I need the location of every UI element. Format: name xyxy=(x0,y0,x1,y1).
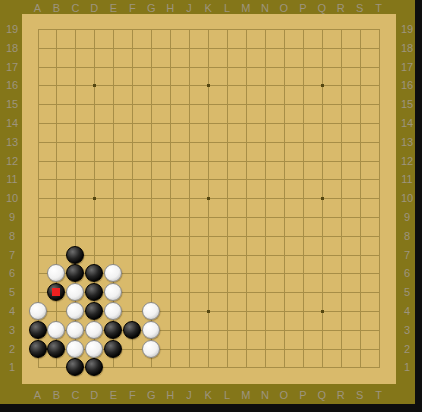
coord-label-top-A: A xyxy=(34,3,41,14)
coord-label-right-12: 12 xyxy=(401,155,413,166)
stone-white[interactable] xyxy=(66,321,84,339)
stone-white[interactable] xyxy=(142,340,160,358)
coord-label-bottom-C: C xyxy=(71,390,79,401)
stone-black[interactable] xyxy=(85,264,103,282)
grid-line-vertical xyxy=(246,29,247,368)
stone-black[interactable] xyxy=(29,340,47,358)
coord-label-top-C: C xyxy=(71,3,79,14)
grid-line-vertical xyxy=(341,29,342,368)
coord-label-top-G: G xyxy=(147,3,156,14)
coord-label-right-8: 8 xyxy=(404,230,410,241)
coord-label-right-19: 19 xyxy=(401,24,413,35)
stone-white[interactable] xyxy=(66,283,84,301)
stone-white[interactable] xyxy=(66,340,84,358)
grid-line-vertical xyxy=(303,29,304,368)
coord-label-left-3: 3 xyxy=(9,324,15,335)
coord-label-bottom-E: E xyxy=(110,390,117,401)
coord-label-left-14: 14 xyxy=(6,118,18,129)
coord-label-right-16: 16 xyxy=(401,80,413,91)
coord-label-right-3: 3 xyxy=(404,324,410,335)
grid-line-vertical xyxy=(284,29,285,368)
coord-label-bottom-Q: Q xyxy=(317,390,326,401)
coord-label-bottom-H: H xyxy=(166,390,174,401)
coord-label-left-1: 1 xyxy=(9,362,15,373)
coord-label-top-H: H xyxy=(166,3,174,14)
coord-label-left-10: 10 xyxy=(6,193,18,204)
grid-line-vertical xyxy=(360,29,361,368)
coord-label-top-M: M xyxy=(241,3,250,14)
coord-label-left-9: 9 xyxy=(9,212,15,223)
coord-label-top-R: R xyxy=(337,3,345,14)
goban-frame: AABBCCDDEEFFGGHHJJKKLLMMNNOOPPQQRRSSTT19… xyxy=(0,0,415,404)
coord-label-right-10: 10 xyxy=(401,193,413,204)
coord-label-left-6: 6 xyxy=(9,268,15,279)
stone-black[interactable] xyxy=(66,246,84,264)
stone-white[interactable] xyxy=(29,302,47,320)
coord-label-right-15: 15 xyxy=(401,99,413,110)
coord-label-left-16: 16 xyxy=(6,80,18,91)
coord-label-left-5: 5 xyxy=(9,287,15,298)
coord-label-left-2: 2 xyxy=(9,343,15,354)
stone-black[interactable] xyxy=(29,321,47,339)
coord-label-right-2: 2 xyxy=(404,343,410,354)
coord-label-right-7: 7 xyxy=(404,249,410,260)
coord-label-left-7: 7 xyxy=(9,249,15,260)
coord-label-bottom-R: R xyxy=(337,390,345,401)
stone-white[interactable] xyxy=(66,302,84,320)
star-point xyxy=(207,84,210,87)
stone-white[interactable] xyxy=(47,321,65,339)
coord-label-bottom-L: L xyxy=(224,390,230,401)
coord-label-left-4: 4 xyxy=(9,306,15,317)
stone-black[interactable] xyxy=(66,264,84,282)
coord-label-bottom-F: F xyxy=(129,390,136,401)
stone-white[interactable] xyxy=(104,302,122,320)
coord-label-bottom-S: S xyxy=(356,390,363,401)
coord-label-left-11: 11 xyxy=(6,174,17,185)
coord-label-top-J: J xyxy=(186,3,192,14)
coord-label-right-14: 14 xyxy=(401,118,413,129)
coord-label-right-13: 13 xyxy=(401,136,413,147)
coord-label-left-17: 17 xyxy=(6,61,18,72)
coord-label-top-P: P xyxy=(299,3,306,14)
stone-black[interactable] xyxy=(85,302,103,320)
coord-label-right-18: 18 xyxy=(401,42,413,53)
grid-line-horizontal xyxy=(38,217,380,218)
coord-label-bottom-B: B xyxy=(53,390,60,401)
star-point xyxy=(207,197,210,200)
coord-label-bottom-O: O xyxy=(280,390,289,401)
grid-line-horizontal xyxy=(38,236,380,237)
coord-label-right-9: 9 xyxy=(404,212,410,223)
stone-black[interactable] xyxy=(85,283,103,301)
coord-label-left-15: 15 xyxy=(6,99,18,110)
coord-label-right-4: 4 xyxy=(404,306,410,317)
coord-label-right-17: 17 xyxy=(401,61,413,72)
coord-label-bottom-A: A xyxy=(34,390,41,401)
coord-label-bottom-D: D xyxy=(90,390,98,401)
coord-label-top-E: E xyxy=(110,3,117,14)
coord-label-top-N: N xyxy=(261,3,269,14)
coord-label-top-O: O xyxy=(280,3,289,14)
coord-label-left-13: 13 xyxy=(6,136,18,147)
grid-line-vertical xyxy=(227,29,228,368)
stone-white[interactable] xyxy=(142,302,160,320)
coord-label-left-8: 8 xyxy=(9,230,15,241)
grid-line-horizontal xyxy=(38,255,380,256)
coord-label-bottom-J: J xyxy=(186,390,192,401)
star-point xyxy=(321,84,324,87)
coord-label-bottom-M: M xyxy=(241,390,250,401)
coord-label-top-S: S xyxy=(356,3,363,14)
coord-label-bottom-T: T xyxy=(375,390,382,401)
coord-label-right-6: 6 xyxy=(404,268,410,279)
star-point xyxy=(93,84,96,87)
grid-line-vertical xyxy=(265,29,266,368)
coord-label-top-T: T xyxy=(375,3,382,14)
stone-white[interactable] xyxy=(47,264,65,282)
last-move-marker xyxy=(52,288,60,296)
coord-label-bottom-G: G xyxy=(147,390,156,401)
coord-label-top-L: L xyxy=(224,3,230,14)
coord-label-right-5: 5 xyxy=(404,287,410,298)
coord-label-bottom-P: P xyxy=(299,390,306,401)
coord-label-top-D: D xyxy=(90,3,98,14)
star-point xyxy=(93,197,96,200)
coord-label-top-K: K xyxy=(204,3,211,14)
coord-label-top-B: B xyxy=(53,3,60,14)
star-point xyxy=(207,310,210,313)
coord-label-bottom-N: N xyxy=(261,390,269,401)
stone-white[interactable] xyxy=(104,283,122,301)
stone-black[interactable] xyxy=(66,358,84,376)
stone-black[interactable] xyxy=(47,340,65,358)
stone-white[interactable] xyxy=(85,321,103,339)
coord-label-left-12: 12 xyxy=(6,155,18,166)
coord-label-top-Q: Q xyxy=(317,3,326,14)
coord-label-bottom-K: K xyxy=(204,390,211,401)
star-point xyxy=(321,197,324,200)
coord-label-right-11: 11 xyxy=(401,174,412,185)
coord-label-top-F: F xyxy=(129,3,136,14)
stone-black[interactable] xyxy=(85,358,103,376)
stone-white[interactable] xyxy=(142,321,160,339)
stone-black[interactable] xyxy=(123,321,141,339)
coord-label-left-18: 18 xyxy=(6,42,18,53)
star-point xyxy=(321,310,324,313)
stone-black[interactable] xyxy=(104,321,122,339)
stone-white[interactable] xyxy=(85,340,103,358)
stone-white[interactable] xyxy=(104,264,122,282)
grid-line-vertical xyxy=(379,29,380,368)
stone-black[interactable] xyxy=(104,340,122,358)
coord-label-right-1: 1 xyxy=(404,362,410,373)
goban-board[interactable] xyxy=(22,14,396,384)
coord-label-left-19: 19 xyxy=(6,24,18,35)
